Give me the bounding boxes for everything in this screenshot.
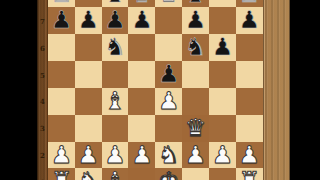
square-f8[interactable]: ♝	[182, 0, 209, 7]
white-king: ♚	[155, 168, 182, 180]
letterbox-left	[0, 0, 37, 180]
square-g8[interactable]	[209, 0, 236, 7]
square-f7[interactable]: ♟	[182, 7, 209, 34]
square-a5[interactable]	[48, 61, 75, 88]
square-h7[interactable]: ♟	[236, 7, 263, 34]
square-c7[interactable]: ♟	[102, 7, 129, 34]
square-c6[interactable]: ♞	[102, 34, 129, 61]
square-f3[interactable]: ♛	[182, 115, 209, 142]
rank-label-7: 7	[38, 16, 47, 25]
square-b1[interactable]: ♞	[75, 168, 102, 180]
square-e6[interactable]	[155, 34, 182, 61]
square-b5[interactable]	[75, 61, 102, 88]
square-h2[interactable]: ♟	[236, 142, 263, 169]
square-g6[interactable]: ♟	[209, 34, 236, 61]
white-pawn: ♟	[236, 142, 263, 169]
black-pawn: ♟	[75, 7, 102, 34]
square-d2[interactable]: ♟	[128, 142, 155, 169]
letterbox-right	[290, 0, 320, 180]
black-pawn: ♟	[48, 7, 75, 34]
square-g2[interactable]: ♟	[209, 142, 236, 169]
square-h5[interactable]	[236, 61, 263, 88]
square-d4[interactable]	[128, 88, 155, 115]
white-pawn: ♟	[182, 142, 209, 169]
white-pawn: ♟	[75, 142, 102, 169]
square-h1[interactable]: ♜	[236, 168, 263, 180]
square-g5[interactable]	[209, 61, 236, 88]
rank-label-3: 3	[38, 124, 47, 133]
square-e2[interactable]: ♞	[155, 142, 182, 169]
square-c2[interactable]: ♟	[102, 142, 129, 169]
black-bishop: ♝	[102, 0, 129, 7]
white-knight: ♞	[75, 168, 102, 180]
square-b7[interactable]: ♟	[75, 7, 102, 34]
square-a1[interactable]: ♜	[48, 168, 75, 180]
square-g3[interactable]	[209, 115, 236, 142]
square-g4[interactable]	[209, 88, 236, 115]
square-d5[interactable]	[128, 61, 155, 88]
white-pawn: ♟	[102, 142, 129, 169]
white-bishop: ♝	[102, 168, 129, 180]
square-e5[interactable]: ♟	[155, 61, 182, 88]
rank-label-5: 5	[38, 70, 47, 79]
square-b3[interactable]	[75, 115, 102, 142]
square-f6[interactable]: ♞	[182, 34, 209, 61]
white-pawn: ♟	[48, 142, 75, 169]
black-pawn: ♟	[102, 7, 129, 34]
black-king: ♚	[155, 0, 182, 7]
square-g7[interactable]	[209, 7, 236, 34]
black-rook: ♜	[236, 0, 263, 7]
square-e3[interactable]	[155, 115, 182, 142]
square-d7[interactable]: ♟	[128, 7, 155, 34]
black-pawn: ♟	[182, 7, 209, 34]
video-frame: ♜♝♛♚♝♜♟♟♟♟♟♟♞♞♟♟♝♟♛♟♟♟♟♞♟♟♟♜♞♝♚♜ 8765432…	[0, 0, 320, 180]
black-pawn: ♟	[128, 7, 155, 34]
square-d3[interactable]	[128, 115, 155, 142]
rank-label-4: 4	[38, 97, 47, 106]
square-a8[interactable]: ♜	[48, 0, 75, 7]
square-e8[interactable]: ♚	[155, 0, 182, 7]
black-pawn: ♟	[155, 61, 182, 88]
square-h6[interactable]	[236, 34, 263, 61]
chessboard: ♜♝♛♚♝♜♟♟♟♟♟♟♞♞♟♟♝♟♛♟♟♟♟♞♟♟♟♜♞♝♚♜	[48, 0, 263, 180]
white-bishop: ♝	[102, 88, 129, 115]
square-d8[interactable]: ♛	[128, 0, 155, 7]
square-c5[interactable]	[102, 61, 129, 88]
black-pawn: ♟	[209, 34, 236, 61]
black-knight: ♞	[182, 34, 209, 61]
rank-label-6: 6	[38, 43, 47, 52]
square-c4[interactable]: ♝	[102, 88, 129, 115]
square-b6[interactable]	[75, 34, 102, 61]
white-pawn: ♟	[209, 142, 236, 169]
white-pawn: ♟	[128, 142, 155, 169]
black-pawn: ♟	[236, 7, 263, 34]
square-a2[interactable]: ♟	[48, 142, 75, 169]
rank-label-2: 2	[38, 151, 47, 160]
white-knight: ♞	[155, 142, 182, 169]
square-a4[interactable]	[48, 88, 75, 115]
square-h3[interactable]	[236, 115, 263, 142]
white-pawn: ♟	[155, 88, 182, 115]
square-c3[interactable]	[102, 115, 129, 142]
square-a6[interactable]	[48, 34, 75, 61]
rank-label-1: 1	[38, 177, 47, 180]
square-f5[interactable]	[182, 61, 209, 88]
square-a3[interactable]	[48, 115, 75, 142]
square-b8[interactable]	[75, 0, 102, 7]
square-f1[interactable]	[182, 168, 209, 180]
square-e4[interactable]: ♟	[155, 88, 182, 115]
square-h4[interactable]	[236, 88, 263, 115]
black-bishop: ♝	[182, 0, 209, 7]
square-h8[interactable]: ♜	[236, 0, 263, 7]
square-d6[interactable]	[128, 34, 155, 61]
square-b4[interactable]	[75, 88, 102, 115]
square-e1[interactable]: ♚	[155, 168, 182, 180]
square-b2[interactable]: ♟	[75, 142, 102, 169]
square-d1[interactable]	[128, 168, 155, 180]
white-queen: ♛	[182, 115, 209, 142]
square-g1[interactable]	[209, 168, 236, 180]
square-a7[interactable]: ♟	[48, 7, 75, 34]
white-rook: ♜	[48, 168, 75, 180]
square-c1[interactable]: ♝	[102, 168, 129, 180]
black-queen: ♛	[128, 0, 155, 7]
square-e7[interactable]	[155, 7, 182, 34]
black-knight: ♞	[102, 34, 129, 61]
square-c8[interactable]: ♝	[102, 0, 129, 7]
square-f4[interactable]	[182, 88, 209, 115]
white-rook: ♜	[236, 168, 263, 180]
black-rook: ♜	[48, 0, 75, 7]
square-f2[interactable]: ♟	[182, 142, 209, 169]
